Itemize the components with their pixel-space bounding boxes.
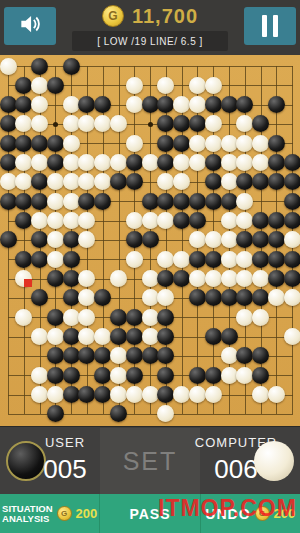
black-stone — [15, 212, 32, 229]
white-stone — [47, 328, 64, 345]
situation-analysis-button[interactable]: SITUATION ANALYSIS G 200 — [0, 494, 99, 533]
black-stone — [0, 115, 17, 132]
black-stone — [142, 193, 159, 210]
black-stone — [31, 231, 48, 248]
white-stone — [189, 77, 206, 94]
white-stone — [189, 386, 206, 403]
black-stone — [47, 309, 64, 326]
white-stone — [142, 154, 159, 171]
undo-cost: 200 — [274, 506, 296, 521]
white-stone — [221, 212, 238, 229]
black-stone — [78, 347, 95, 364]
black-stone — [47, 347, 64, 364]
white-stone — [110, 115, 127, 132]
white-stone — [268, 386, 285, 403]
black-stone — [157, 135, 174, 152]
black-stone — [78, 386, 95, 403]
black-stone — [284, 193, 300, 210]
white-stone — [31, 212, 48, 229]
white-stone — [173, 386, 190, 403]
black-stone — [126, 309, 143, 326]
black-stone — [47, 270, 64, 287]
black-stone — [252, 367, 269, 384]
top-bar: G 11,700 [ LOW /19 LINE/ 6.5 ] — [0, 0, 300, 55]
black-stone — [221, 289, 238, 306]
user-captures-block: USER 005 — [34, 433, 96, 485]
analysis-cost: 200 — [76, 506, 98, 521]
white-stone — [252, 386, 269, 403]
white-stone — [205, 386, 222, 403]
black-stone — [110, 405, 127, 422]
white-stone — [205, 231, 222, 248]
black-stone — [31, 173, 48, 190]
white-stone — [31, 77, 48, 94]
black-stone — [189, 251, 206, 268]
white-stone — [31, 386, 48, 403]
black-stone — [15, 96, 32, 113]
last-move-marker — [24, 279, 32, 287]
white-stone — [126, 135, 143, 152]
black-stone — [157, 96, 174, 113]
black-stone — [15, 77, 32, 94]
black-stone — [268, 173, 285, 190]
black-stone — [63, 328, 80, 345]
white-stone — [78, 270, 95, 287]
white-stone — [94, 154, 111, 171]
white-stone — [284, 231, 300, 248]
white-stone — [63, 96, 80, 113]
white-stone — [236, 135, 253, 152]
white-stone — [236, 193, 253, 210]
white-stone — [252, 154, 269, 171]
black-stone — [221, 193, 238, 210]
black-stone — [126, 154, 143, 171]
white-stone — [157, 173, 174, 190]
black-stone — [157, 386, 174, 403]
white-stone — [47, 173, 64, 190]
white-stone — [236, 115, 253, 132]
speaker-icon — [17, 11, 43, 41]
black-stone — [205, 96, 222, 113]
white-stone — [15, 309, 32, 326]
black-stone — [252, 212, 269, 229]
white-stone — [15, 154, 32, 171]
action-bar: SITUATION ANALYSIS G 200 PASS UNDO G 200 — [0, 494, 300, 533]
black-stone — [157, 367, 174, 384]
black-stone — [268, 135, 285, 152]
user-label: USER — [45, 435, 85, 450]
white-stone — [126, 251, 143, 268]
black-stone — [47, 135, 64, 152]
pass-button[interactable]: PASS — [99, 494, 199, 533]
black-stone — [126, 231, 143, 248]
black-stone — [268, 154, 285, 171]
black-stone — [94, 367, 111, 384]
black-stone — [205, 154, 222, 171]
black-stone — [284, 270, 300, 287]
black-stone — [94, 193, 111, 210]
white-stone — [284, 289, 300, 306]
white-stone — [63, 115, 80, 132]
black-stone — [110, 173, 127, 190]
game-info-strip: [ LOW /19 LINE/ 6.5 ] — [72, 31, 228, 51]
black-stone — [252, 347, 269, 364]
black-stone — [142, 347, 159, 364]
black-stone — [205, 328, 222, 345]
white-stone — [189, 135, 206, 152]
black-stone — [252, 173, 269, 190]
white-stone — [157, 77, 174, 94]
black-stone — [173, 193, 190, 210]
white-stone — [236, 309, 253, 326]
black-stone — [157, 154, 174, 171]
black-stone — [157, 309, 174, 326]
white-stone — [221, 231, 238, 248]
black-stone — [47, 77, 64, 94]
black-stone — [110, 328, 127, 345]
star-point — [148, 122, 153, 127]
white-stone — [0, 58, 17, 75]
white-stone — [157, 405, 174, 422]
black-stone — [157, 347, 174, 364]
black-stone — [284, 212, 300, 229]
black-stone — [236, 173, 253, 190]
white-stone — [157, 212, 174, 229]
white-stone — [126, 212, 143, 229]
black-stone — [15, 251, 32, 268]
coin-icon: G — [57, 506, 72, 521]
black-stone — [31, 193, 48, 210]
white-stone — [157, 289, 174, 306]
white-stone — [78, 289, 95, 306]
black-stone — [252, 115, 269, 132]
white-stone — [205, 77, 222, 94]
black-stone — [126, 328, 143, 345]
white-stone — [236, 270, 253, 287]
white-stone — [126, 77, 143, 94]
white-stone — [173, 96, 190, 113]
black-stone — [268, 212, 285, 229]
white-stone — [63, 154, 80, 171]
white-stone — [236, 367, 253, 384]
white-stone — [47, 193, 64, 210]
black-stone — [252, 251, 269, 268]
white-stone — [142, 289, 159, 306]
white-stone — [63, 212, 80, 229]
black-stone — [126, 367, 143, 384]
black-stone — [205, 193, 222, 210]
black-stone — [63, 58, 80, 75]
white-stone — [205, 115, 222, 132]
black-stone — [0, 135, 17, 152]
white-stone — [142, 212, 159, 229]
user-captures-value: 005 — [43, 454, 86, 485]
black-stone — [0, 193, 17, 210]
black-stone — [157, 115, 174, 132]
white-stone — [189, 154, 206, 171]
black-stone — [63, 231, 80, 248]
white-stone — [110, 154, 127, 171]
black-stone — [284, 251, 300, 268]
white-stone — [189, 270, 206, 287]
white-stone — [78, 309, 95, 326]
white-stone — [236, 212, 253, 229]
black-stone — [0, 231, 17, 248]
black-stone — [0, 96, 17, 113]
white-stone — [142, 309, 159, 326]
black-stone — [47, 154, 64, 171]
black-stone — [173, 135, 190, 152]
coin-amount: 11,700 — [132, 5, 198, 28]
black-stone — [63, 386, 80, 403]
white-stone — [252, 270, 269, 287]
white-stone — [221, 135, 238, 152]
black-stone — [126, 173, 143, 190]
undo-label: UNDO — [205, 506, 250, 522]
black-stone — [284, 173, 300, 190]
white-stone — [221, 270, 238, 287]
black-stone — [284, 154, 300, 171]
black-stone — [157, 270, 174, 287]
black-stone — [173, 212, 190, 229]
computer-captures-value: 006 — [214, 454, 257, 485]
white-stone — [78, 328, 95, 345]
black-stone — [47, 405, 64, 422]
capture-panel: USER 005 SET COMPUTER 006 — [0, 426, 300, 495]
black-stone — [268, 231, 285, 248]
black-stone — [63, 367, 80, 384]
pause-button[interactable] — [244, 7, 296, 45]
white-stone — [173, 251, 190, 268]
white-stone — [110, 347, 127, 364]
white-stone — [142, 386, 159, 403]
white-stone — [189, 96, 206, 113]
black-stone — [110, 309, 127, 326]
white-stone — [173, 173, 190, 190]
black-stone — [15, 193, 32, 210]
white-stone — [47, 231, 64, 248]
white-stone — [15, 173, 32, 190]
black-stone — [142, 96, 159, 113]
white-stone — [31, 154, 48, 171]
white-stone — [221, 347, 238, 364]
white-stone — [78, 115, 95, 132]
white-stone — [31, 115, 48, 132]
white-stone — [126, 96, 143, 113]
black-stone — [205, 251, 222, 268]
black-stone — [94, 347, 111, 364]
black-stone — [94, 289, 111, 306]
black-stone — [189, 212, 206, 229]
white-stone — [31, 367, 48, 384]
black-stone — [205, 173, 222, 190]
set-button-label: SET — [123, 447, 178, 476]
black-stone — [94, 386, 111, 403]
black-stone — [142, 231, 159, 248]
white-stone — [157, 251, 174, 268]
set-button[interactable]: SET — [100, 428, 200, 494]
black-stone — [31, 135, 48, 152]
black-stone — [63, 289, 80, 306]
white-stone — [47, 386, 64, 403]
black-stone — [252, 289, 269, 306]
white-stone — [110, 386, 127, 403]
black-stone — [236, 231, 253, 248]
white-stone — [94, 115, 111, 132]
star-point — [53, 122, 58, 127]
white-stone — [268, 289, 285, 306]
white-stone — [221, 367, 238, 384]
white-stone — [110, 270, 127, 287]
black-stone — [157, 193, 174, 210]
black-stone — [252, 231, 269, 248]
white-stone — [0, 173, 17, 190]
white-stone — [236, 251, 253, 268]
black-stone — [94, 96, 111, 113]
white-stone — [15, 115, 32, 132]
white-stone — [221, 154, 238, 171]
white-stone — [284, 328, 300, 345]
undo-button[interactable]: UNDO G 200 — [200, 494, 300, 533]
white-stone — [94, 173, 111, 190]
white-stone — [63, 173, 80, 190]
black-stone — [268, 270, 285, 287]
white-stone — [110, 367, 127, 384]
black-stone — [189, 115, 206, 132]
black-stone — [63, 347, 80, 364]
sound-button[interactable] — [4, 7, 56, 45]
go-board[interactable] — [0, 55, 300, 426]
white-stone — [205, 270, 222, 287]
white-stone — [142, 328, 159, 345]
black-stone — [78, 193, 95, 210]
black-stone — [236, 289, 253, 306]
black-stone — [268, 96, 285, 113]
white-stone — [47, 212, 64, 229]
white-stone — [205, 135, 222, 152]
white-stone — [78, 173, 95, 190]
white-stone — [252, 135, 269, 152]
game-info-text: [ LOW /19 LINE/ 6.5 ] — [97, 36, 203, 47]
black-stone — [31, 58, 48, 75]
black-stone — [221, 96, 238, 113]
white-stone — [63, 309, 80, 326]
black-stone — [0, 154, 17, 171]
white-stone — [78, 212, 95, 229]
pause-icon — [262, 15, 278, 37]
black-stone — [173, 270, 190, 287]
black-stone — [236, 96, 253, 113]
black-stone — [189, 193, 206, 210]
black-stone — [236, 347, 253, 364]
white-stone — [236, 154, 253, 171]
black-stone — [63, 251, 80, 268]
black-stone — [31, 251, 48, 268]
white-stone — [31, 328, 48, 345]
black-stone — [189, 367, 206, 384]
white-stone — [94, 328, 111, 345]
black-stone — [126, 347, 143, 364]
black-stone — [189, 289, 206, 306]
coin-icon: G — [255, 506, 270, 521]
pass-label: PASS — [129, 506, 170, 522]
white-stone — [31, 96, 48, 113]
white-stone — [221, 251, 238, 268]
situation-analysis-label: SITUATION ANALYSIS — [2, 504, 53, 524]
black-stone — [268, 251, 285, 268]
white-stone — [78, 154, 95, 171]
black-stone — [205, 367, 222, 384]
white-stone — [78, 231, 95, 248]
black-stone — [157, 328, 174, 345]
go-app-screen: G 11,700 [ LOW /19 LINE/ 6.5 ] USER 005 … — [0, 0, 300, 533]
coin-balance: G 11,700 — [60, 3, 240, 29]
white-stone — [47, 251, 64, 268]
white-stone — [63, 135, 80, 152]
computer-white-stone-icon — [254, 441, 294, 481]
black-stone — [15, 135, 32, 152]
black-stone — [63, 270, 80, 287]
black-stone — [173, 115, 190, 132]
coin-icon: G — [102, 5, 124, 27]
black-stone — [221, 328, 238, 345]
black-stone — [47, 367, 64, 384]
white-stone — [142, 270, 159, 287]
white-stone — [63, 193, 80, 210]
white-stone — [173, 154, 190, 171]
black-stone — [205, 289, 222, 306]
white-stone — [221, 173, 238, 190]
white-stone — [252, 309, 269, 326]
black-stone — [78, 96, 95, 113]
white-stone — [189, 231, 206, 248]
black-stone — [31, 289, 48, 306]
white-stone — [126, 386, 143, 403]
